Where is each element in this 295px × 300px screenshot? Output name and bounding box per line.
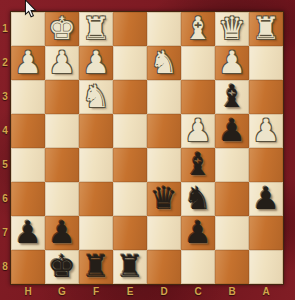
white-bishop-c1[interactable]: ♝	[184, 13, 212, 44]
white-king-g1[interactable]: ♚	[48, 13, 76, 44]
file-label-e: E	[113, 285, 147, 300]
square-b5[interactable]	[215, 148, 249, 182]
square-h6[interactable]	[11, 182, 45, 216]
square-e2[interactable]	[113, 46, 147, 80]
black-king-g8[interactable]: ♚	[48, 251, 76, 282]
square-h3[interactable]	[11, 80, 45, 114]
file-coordinates: HGFEDCBA	[11, 285, 283, 300]
square-f8[interactable]: ♜	[79, 250, 113, 284]
square-f6[interactable]	[79, 182, 113, 216]
square-e1[interactable]	[113, 12, 147, 46]
square-f7[interactable]	[79, 216, 113, 250]
square-d3[interactable]	[147, 80, 181, 114]
square-d2[interactable]: ♞	[147, 46, 181, 80]
white-knight-d2[interactable]: ♞	[150, 47, 178, 78]
square-e7[interactable]	[113, 216, 147, 250]
rank-coordinates: 12345678	[0, 12, 10, 284]
white-knight-f3[interactable]: ♞	[82, 81, 110, 112]
white-pawn-h2[interactable]: ♟	[14, 47, 42, 78]
chess-app-frame: ♚♜♝♛♜♟♟♟♞♟♞♝♟♟♟♝♛♞♟♟♟♟♚♜♜ 12345678 HGFED…	[0, 0, 295, 300]
square-e4[interactable]	[113, 114, 147, 148]
square-c8[interactable]	[181, 250, 215, 284]
square-h7[interactable]: ♟	[11, 216, 45, 250]
square-e5[interactable]	[113, 148, 147, 182]
black-bishop-b3[interactable]: ♝	[218, 81, 246, 112]
square-d5[interactable]	[147, 148, 181, 182]
square-b8[interactable]	[215, 250, 249, 284]
square-h2[interactable]: ♟	[11, 46, 45, 80]
square-c5[interactable]: ♝	[181, 148, 215, 182]
file-label-a: A	[249, 285, 283, 300]
black-bishop-c5[interactable]: ♝	[184, 149, 212, 180]
square-f5[interactable]	[79, 148, 113, 182]
square-h4[interactable]	[11, 114, 45, 148]
square-a5[interactable]	[249, 148, 283, 182]
rank-label-8: 8	[0, 250, 10, 284]
square-g5[interactable]	[45, 148, 79, 182]
black-pawn-b4[interactable]: ♟	[218, 115, 246, 146]
file-label-g: G	[45, 285, 79, 300]
square-b1[interactable]: ♛	[215, 12, 249, 46]
white-pawn-b2[interactable]: ♟	[218, 47, 246, 78]
black-rook-e8[interactable]: ♜	[116, 251, 144, 282]
square-h5[interactable]	[11, 148, 45, 182]
rank-label-7: 7	[0, 216, 10, 250]
square-d8[interactable]	[147, 250, 181, 284]
file-label-b: B	[215, 285, 249, 300]
black-rook-f8[interactable]: ♜	[82, 251, 110, 282]
white-pawn-a4[interactable]: ♟	[252, 115, 280, 146]
rank-label-1: 1	[0, 12, 10, 46]
black-pawn-h7[interactable]: ♟	[14, 217, 42, 248]
rank-label-3: 3	[0, 80, 10, 114]
white-pawn-f2[interactable]: ♟	[82, 47, 110, 78]
square-a4[interactable]: ♟	[249, 114, 283, 148]
square-a3[interactable]	[249, 80, 283, 114]
square-d6[interactable]: ♛	[147, 182, 181, 216]
square-a8[interactable]	[249, 250, 283, 284]
black-pawn-g7[interactable]: ♟	[48, 217, 76, 248]
white-queen-b1[interactable]: ♛	[218, 13, 246, 44]
white-rook-f1[interactable]: ♜	[82, 13, 110, 44]
black-queen-d6[interactable]: ♛	[150, 183, 178, 214]
rank-label-2: 2	[0, 46, 10, 80]
square-f2[interactable]: ♟	[79, 46, 113, 80]
black-pawn-a6[interactable]: ♟	[252, 183, 280, 214]
square-g3[interactable]	[45, 80, 79, 114]
square-a6[interactable]: ♟	[249, 182, 283, 216]
rank-label-6: 6	[0, 182, 10, 216]
square-d7[interactable]	[147, 216, 181, 250]
square-c7[interactable]: ♟	[181, 216, 215, 250]
square-c4[interactable]: ♟	[181, 114, 215, 148]
square-f3[interactable]: ♞	[79, 80, 113, 114]
square-b6[interactable]	[215, 182, 249, 216]
black-pawn-c7[interactable]: ♟	[184, 217, 212, 248]
square-b4[interactable]: ♟	[215, 114, 249, 148]
square-e6[interactable]	[113, 182, 147, 216]
square-g7[interactable]: ♟	[45, 216, 79, 250]
square-c2[interactable]	[181, 46, 215, 80]
square-a2[interactable]	[249, 46, 283, 80]
mouse-cursor-icon	[24, 0, 37, 18]
white-rook-a1[interactable]: ♜	[252, 13, 280, 44]
square-d1[interactable]	[147, 12, 181, 46]
square-e3[interactable]	[113, 80, 147, 114]
square-g4[interactable]	[45, 114, 79, 148]
chess-board[interactable]: ♚♜♝♛♜♟♟♟♞♟♞♝♟♟♟♝♛♞♟♟♟♟♚♜♜	[10, 11, 284, 285]
square-f4[interactable]	[79, 114, 113, 148]
square-a1[interactable]: ♜	[249, 12, 283, 46]
square-e8[interactable]: ♜	[113, 250, 147, 284]
square-g8[interactable]: ♚	[45, 250, 79, 284]
black-knight-c6[interactable]: ♞	[184, 183, 212, 214]
square-g2[interactable]: ♟	[45, 46, 79, 80]
square-b3[interactable]: ♝	[215, 80, 249, 114]
square-g1[interactable]: ♚	[45, 12, 79, 46]
file-label-h: H	[11, 285, 45, 300]
square-b7[interactable]	[215, 216, 249, 250]
square-f1[interactable]: ♜	[79, 12, 113, 46]
file-label-f: F	[79, 285, 113, 300]
file-label-c: C	[181, 285, 215, 300]
rank-label-4: 4	[0, 114, 10, 148]
white-pawn-c4[interactable]: ♟	[184, 115, 212, 146]
square-d4[interactable]	[147, 114, 181, 148]
white-pawn-g2[interactable]: ♟	[48, 47, 76, 78]
file-label-d: D	[147, 285, 181, 300]
square-c1[interactable]: ♝	[181, 12, 215, 46]
square-b2[interactable]: ♟	[215, 46, 249, 80]
square-a7[interactable]	[249, 216, 283, 250]
rank-label-5: 5	[0, 148, 10, 182]
square-h8[interactable]	[11, 250, 45, 284]
square-g6[interactable]	[45, 182, 79, 216]
square-c6[interactable]: ♞	[181, 182, 215, 216]
square-c3[interactable]	[181, 80, 215, 114]
